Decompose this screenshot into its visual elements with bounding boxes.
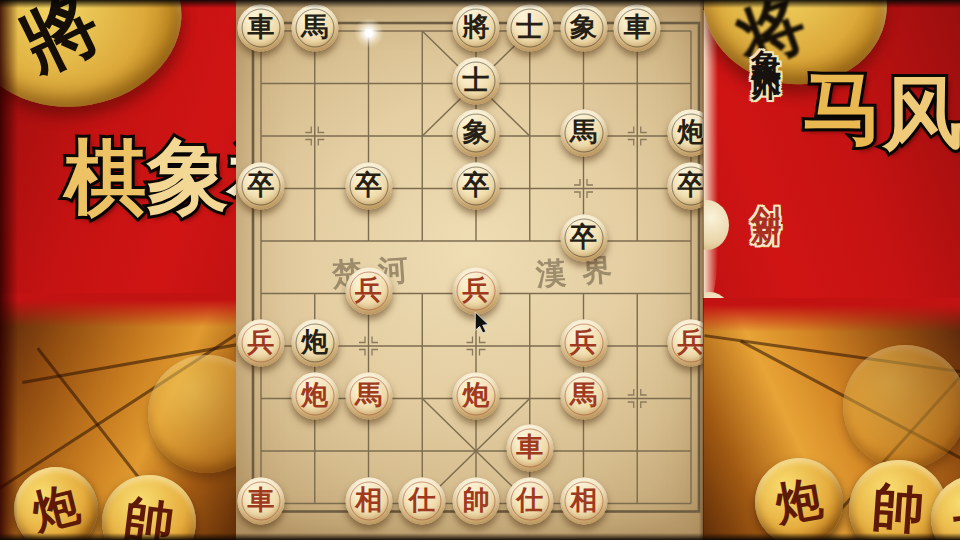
title-char: 风 — [883, 14, 960, 19]
piece-red-chariot[interactable]: 車 — [506, 425, 553, 472]
piece-red-general[interactable]: 帥 — [453, 477, 500, 524]
photo-top-fade — [703, 298, 960, 332]
left-banner-title: 大神象棋 — [64, 70, 236, 80]
piece-red-cannon[interactable]: 炮 — [453, 372, 500, 419]
piece-character: 炮 — [301, 381, 328, 408]
photo-piece-character: 帥 — [120, 486, 178, 540]
piece-character: 帥 — [463, 486, 490, 513]
piece-red-advisor[interactable]: 仕 — [506, 477, 553, 524]
piece-black-soldier[interactable]: 卒 — [345, 162, 392, 209]
title-char: 象 — [146, 70, 228, 80]
photo-piece-character: 帥 — [870, 472, 927, 540]
board-banner-gap-shadow — [699, 0, 704, 540]
piece-red-elephant[interactable]: 相 — [345, 477, 392, 524]
piece-character: 馬 — [301, 14, 328, 41]
piece-black-horse[interactable]: 馬 — [291, 5, 338, 52]
general-piece-character: 將 — [6, 0, 116, 96]
top-vignette — [0, 0, 960, 8]
piece-black-general[interactable]: 將 — [453, 5, 500, 52]
piece-character: 士 — [516, 14, 543, 41]
xiangqi-board[interactable]: 楚河 漢界 車馬將士象車士象馬炮卒卒卒卒卒兵兵兵炮兵兵炮馬炮馬車車相仕帥仕相 — [236, 0, 706, 540]
piece-red-horse[interactable]: 馬 — [345, 372, 392, 419]
piece-character: 象 — [463, 119, 490, 146]
piece-red-advisor[interactable]: 仕 — [399, 477, 446, 524]
right-banner: 将 炮 帥 一 象棋大师 创新 中炮对屏风马 — [703, 0, 960, 540]
piece-character: 將 — [463, 14, 490, 41]
piece-red-cannon[interactable]: 炮 — [291, 372, 338, 419]
piece-black-horse[interactable]: 馬 — [560, 110, 607, 157]
piece-black-advisor[interactable]: 士 — [453, 57, 500, 104]
piece-character: 車 — [624, 14, 651, 41]
piece-black-advisor[interactable]: 士 — [506, 5, 553, 52]
highlight-sparkle — [354, 18, 384, 48]
gold-general-piece-photo: 將 — [0, 0, 195, 123]
piece-character: 卒 — [463, 171, 490, 198]
piece-character: 象 — [570, 14, 597, 41]
piece-character: 馬 — [355, 381, 382, 408]
left-banner-photo: 炮 帥 — [0, 295, 236, 540]
right-banner-subtitle2: 创新 — [751, 182, 781, 196]
right-banner-title: 中炮对屏风马 — [803, 14, 960, 19]
video-frame: 將 炮 帥 大神象棋 楚河 漢界 車馬將士象車士象馬炮卒卒卒卒卒兵兵兵炮兵兵炮馬… — [0, 0, 960, 540]
piece-black-soldier[interactable]: 卒 — [238, 162, 285, 209]
title-char: 棋 — [64, 70, 146, 80]
piece-red-soldier[interactable]: 兵 — [345, 267, 392, 314]
photo-piece-arc — [703, 200, 729, 250]
piece-black-elephant[interactable]: 象 — [560, 5, 607, 52]
photo-piece-faint — [843, 345, 960, 469]
title-char: 马 — [803, 14, 883, 19]
piece-black-chariot[interactable]: 車 — [614, 5, 661, 52]
photo-piece-character: 炮 — [771, 467, 827, 536]
piece-black-chariot[interactable]: 車 — [238, 5, 285, 52]
piece-character: 車 — [248, 14, 275, 41]
piece-character: 兵 — [463, 276, 490, 303]
right-banner-subtitle: 象棋大师 — [751, 26, 781, 54]
piece-red-soldier[interactable]: 兵 — [238, 320, 285, 367]
piece-character: 車 — [516, 434, 543, 461]
mouse-cursor — [474, 312, 490, 334]
piece-character: 仕 — [516, 486, 543, 513]
photo-piece-edge — [703, 10, 718, 300]
left-edge-shadow — [0, 0, 18, 540]
piece-black-soldier[interactable]: 卒 — [453, 162, 500, 209]
piece-character: 兵 — [248, 329, 275, 356]
piece-character: 車 — [248, 486, 275, 513]
piece-character: 卒 — [248, 171, 275, 198]
piece-black-elephant[interactable]: 象 — [453, 110, 500, 157]
bottom-vignette — [0, 533, 960, 540]
piece-character: 相 — [355, 486, 382, 513]
piece-character: 馬 — [570, 381, 597, 408]
piece-red-horse[interactable]: 馬 — [560, 372, 607, 419]
piece-red-chariot[interactable]: 車 — [238, 477, 285, 524]
piece-character: 相 — [570, 486, 597, 513]
piece-character: 炮 — [463, 381, 490, 408]
piece-character: 兵 — [570, 329, 597, 356]
piece-red-elephant[interactable]: 相 — [560, 477, 607, 524]
piece-red-soldier[interactable]: 兵 — [453, 267, 500, 314]
piece-black-cannon[interactable]: 炮 — [291, 320, 338, 367]
subtitle2-text: 创新 — [751, 182, 781, 196]
piece-red-soldier[interactable]: 兵 — [560, 320, 607, 367]
piece-character: 卒 — [570, 224, 597, 251]
piece-character: 兵 — [355, 276, 382, 303]
subtitle-text: 象棋大师 — [751, 26, 781, 54]
piece-character: 仕 — [409, 486, 436, 513]
piece-character: 士 — [463, 66, 490, 93]
piece-character: 馬 — [570, 119, 597, 146]
right-banner-photo: 炮 帥 一 — [703, 300, 960, 540]
piece-black-soldier[interactable]: 卒 — [560, 215, 607, 262]
photo-top-fade — [0, 293, 236, 327]
piece-character: 卒 — [355, 171, 382, 198]
photo-piece-character: 炮 — [26, 473, 86, 540]
piece-character: 炮 — [301, 329, 328, 356]
left-banner: 將 炮 帥 大神象棋 — [0, 0, 236, 540]
